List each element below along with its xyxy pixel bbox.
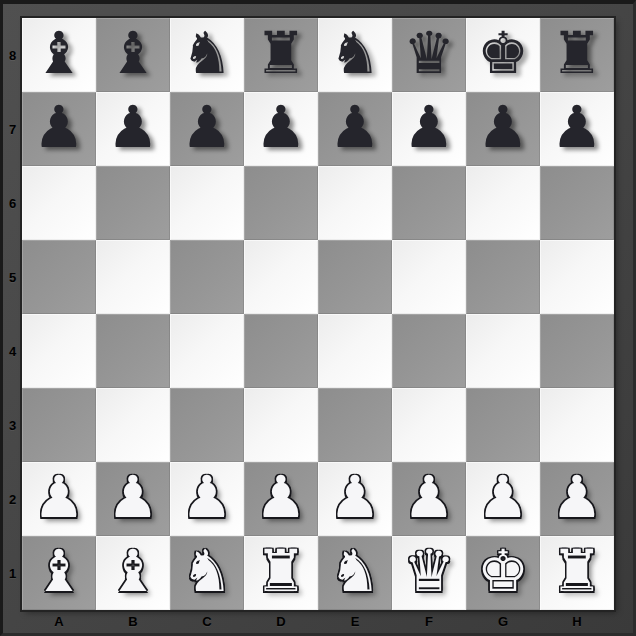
square-e8[interactable]: ♞ bbox=[318, 18, 392, 92]
square-c2[interactable]: ♟ bbox=[170, 462, 244, 536]
piece-white-pawn: ♟ bbox=[551, 460, 603, 534]
piece-white-knight: ♞ bbox=[329, 534, 381, 608]
chess-board[interactable]: ♝♝♞♜♞♛♚♜♟♟♟♟♟♟♟♟♟♟♟♟♟♟♟♟♝♝♞♜♞♛♚♜ bbox=[22, 18, 614, 610]
square-h2[interactable]: ♟ bbox=[540, 462, 614, 536]
piece-black-pawn: ♟ bbox=[477, 90, 529, 164]
square-b1[interactable]: ♝ bbox=[96, 536, 170, 610]
square-c8[interactable]: ♞ bbox=[170, 18, 244, 92]
square-a6[interactable] bbox=[22, 166, 96, 240]
square-a3[interactable] bbox=[22, 388, 96, 462]
square-d8[interactable]: ♜ bbox=[244, 18, 318, 92]
piece-black-bishop: ♝ bbox=[107, 16, 159, 90]
square-c1[interactable]: ♞ bbox=[170, 536, 244, 610]
square-f7[interactable]: ♟ bbox=[392, 92, 466, 166]
square-d5[interactable] bbox=[244, 240, 318, 314]
chess-board-frame: 87654321 ♝♝♞♜♞♛♚♜♟♟♟♟♟♟♟♟♟♟♟♟♟♟♟♟♝♝♞♜♞♛♚… bbox=[0, 0, 636, 636]
file-label: B bbox=[96, 610, 170, 633]
square-f8[interactable]: ♛ bbox=[392, 18, 466, 92]
file-label: E bbox=[318, 610, 392, 633]
file-label: H bbox=[540, 610, 614, 633]
square-h6[interactable] bbox=[540, 166, 614, 240]
square-d6[interactable] bbox=[244, 166, 318, 240]
piece-white-bishop: ♝ bbox=[107, 534, 159, 608]
rank-labels-column: 87654321 bbox=[3, 18, 22, 610]
square-h7[interactable]: ♟ bbox=[540, 92, 614, 166]
square-d1[interactable]: ♜ bbox=[244, 536, 318, 610]
square-c5[interactable] bbox=[170, 240, 244, 314]
square-b8[interactable]: ♝ bbox=[96, 18, 170, 92]
rank-label: 6 bbox=[3, 166, 22, 240]
piece-black-knight: ♞ bbox=[329, 16, 381, 90]
square-b6[interactable] bbox=[96, 166, 170, 240]
square-g4[interactable] bbox=[466, 314, 540, 388]
square-e5[interactable] bbox=[318, 240, 392, 314]
square-g1[interactable]: ♚ bbox=[466, 536, 540, 610]
square-b3[interactable] bbox=[96, 388, 170, 462]
square-e3[interactable] bbox=[318, 388, 392, 462]
piece-white-pawn: ♟ bbox=[181, 460, 233, 534]
piece-black-pawn: ♟ bbox=[255, 90, 307, 164]
piece-black-knight: ♞ bbox=[181, 16, 233, 90]
rank-label: 3 bbox=[3, 388, 22, 462]
piece-white-pawn: ♟ bbox=[329, 460, 381, 534]
square-f1[interactable]: ♛ bbox=[392, 536, 466, 610]
square-c7[interactable]: ♟ bbox=[170, 92, 244, 166]
rank-label: 2 bbox=[3, 462, 22, 536]
square-h1[interactable]: ♜ bbox=[540, 536, 614, 610]
square-b5[interactable] bbox=[96, 240, 170, 314]
piece-black-pawn: ♟ bbox=[403, 90, 455, 164]
file-labels-row: ABCDEFGH bbox=[22, 610, 614, 633]
square-f4[interactable] bbox=[392, 314, 466, 388]
piece-white-pawn: ♟ bbox=[107, 460, 159, 534]
square-d3[interactable] bbox=[244, 388, 318, 462]
piece-white-bishop: ♝ bbox=[33, 534, 85, 608]
file-label: F bbox=[392, 610, 466, 633]
piece-white-rook: ♜ bbox=[551, 534, 603, 608]
piece-black-rook: ♜ bbox=[255, 16, 307, 90]
piece-white-pawn: ♟ bbox=[33, 460, 85, 534]
piece-black-pawn: ♟ bbox=[551, 90, 603, 164]
square-f6[interactable] bbox=[392, 166, 466, 240]
square-g3[interactable] bbox=[466, 388, 540, 462]
piece-black-queen: ♛ bbox=[403, 16, 455, 90]
square-e6[interactable] bbox=[318, 166, 392, 240]
square-c6[interactable] bbox=[170, 166, 244, 240]
file-label: C bbox=[170, 610, 244, 633]
file-label: A bbox=[22, 610, 96, 633]
piece-white-knight: ♞ bbox=[181, 534, 233, 608]
piece-white-pawn: ♟ bbox=[255, 460, 307, 534]
file-label: G bbox=[466, 610, 540, 633]
square-h3[interactable] bbox=[540, 388, 614, 462]
square-e4[interactable] bbox=[318, 314, 392, 388]
square-b4[interactable] bbox=[96, 314, 170, 388]
rank-label: 4 bbox=[3, 314, 22, 388]
piece-white-rook: ♜ bbox=[255, 534, 307, 608]
square-f5[interactable] bbox=[392, 240, 466, 314]
square-a7[interactable]: ♟ bbox=[22, 92, 96, 166]
piece-black-pawn: ♟ bbox=[181, 90, 233, 164]
square-g8[interactable]: ♚ bbox=[466, 18, 540, 92]
piece-white-queen: ♛ bbox=[403, 534, 455, 608]
rank-label: 8 bbox=[3, 18, 22, 92]
square-d7[interactable]: ♟ bbox=[244, 92, 318, 166]
piece-black-king: ♚ bbox=[477, 16, 529, 90]
square-e7[interactable]: ♟ bbox=[318, 92, 392, 166]
square-a8[interactable]: ♝ bbox=[22, 18, 96, 92]
rank-label: 5 bbox=[3, 240, 22, 314]
square-b2[interactable]: ♟ bbox=[96, 462, 170, 536]
square-a5[interactable] bbox=[22, 240, 96, 314]
piece-black-pawn: ♟ bbox=[33, 90, 85, 164]
square-g7[interactable]: ♟ bbox=[466, 92, 540, 166]
square-h4[interactable] bbox=[540, 314, 614, 388]
piece-black-bishop: ♝ bbox=[33, 16, 85, 90]
square-e1[interactable]: ♞ bbox=[318, 536, 392, 610]
square-a2[interactable]: ♟ bbox=[22, 462, 96, 536]
piece-white-king: ♚ bbox=[477, 534, 529, 608]
piece-black-rook: ♜ bbox=[551, 16, 603, 90]
piece-black-pawn: ♟ bbox=[107, 90, 159, 164]
square-d4[interactable] bbox=[244, 314, 318, 388]
square-c3[interactable] bbox=[170, 388, 244, 462]
square-a1[interactable]: ♝ bbox=[22, 536, 96, 610]
square-c4[interactable] bbox=[170, 314, 244, 388]
rank-label: 1 bbox=[3, 536, 22, 610]
square-g6[interactable] bbox=[466, 166, 540, 240]
square-g5[interactable] bbox=[466, 240, 540, 314]
piece-white-pawn: ♟ bbox=[403, 460, 455, 534]
square-h8[interactable]: ♜ bbox=[540, 18, 614, 92]
rank-label: 7 bbox=[3, 92, 22, 166]
square-g2[interactable]: ♟ bbox=[466, 462, 540, 536]
piece-white-pawn: ♟ bbox=[477, 460, 529, 534]
square-h5[interactable] bbox=[540, 240, 614, 314]
square-e2[interactable]: ♟ bbox=[318, 462, 392, 536]
square-b7[interactable]: ♟ bbox=[96, 92, 170, 166]
file-label: D bbox=[244, 610, 318, 633]
square-f3[interactable] bbox=[392, 388, 466, 462]
square-a4[interactable] bbox=[22, 314, 96, 388]
piece-black-pawn: ♟ bbox=[329, 90, 381, 164]
square-f2[interactable]: ♟ bbox=[392, 462, 466, 536]
square-d2[interactable]: ♟ bbox=[244, 462, 318, 536]
